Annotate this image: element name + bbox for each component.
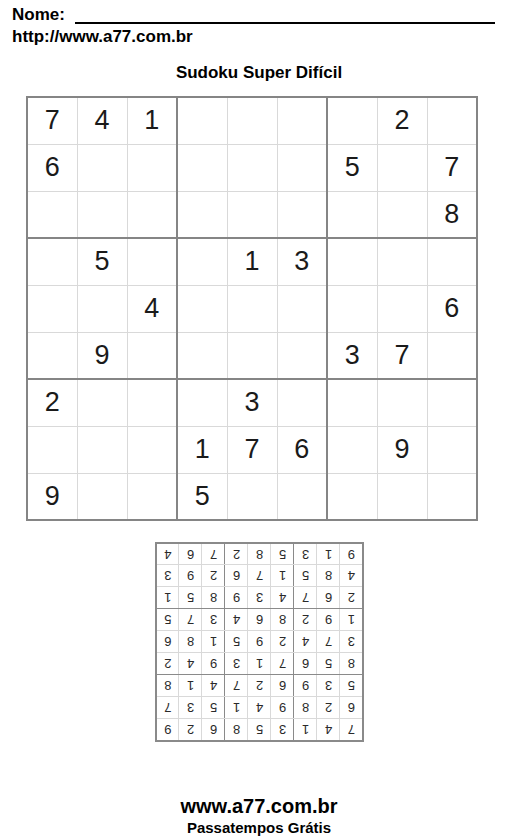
name-row: Nome: xyxy=(0,0,518,24)
cell-r4c2: 5 xyxy=(77,238,127,285)
cell-r3c4: 6 xyxy=(271,675,294,697)
cell-r1c1: 7 xyxy=(27,97,77,144)
footer: www.a77.com.br Passatempos Grátis xyxy=(0,795,518,837)
cell-r2c5 xyxy=(227,144,277,191)
cell-r7c4 xyxy=(177,379,227,426)
sudoku-grid: 741265785134693723176995 xyxy=(26,96,478,521)
cell-r1c6 xyxy=(277,97,327,144)
cell-r5c1 xyxy=(27,285,77,332)
cell-r2c3: 8 xyxy=(294,697,317,719)
cell-r9c9: 4 xyxy=(156,543,179,565)
cell-r9c1: 9 xyxy=(27,473,77,520)
cell-r8c3: 5 xyxy=(294,565,317,587)
cell-r9c8 xyxy=(377,473,427,520)
cell-r7c6 xyxy=(277,379,327,426)
cell-r9c2 xyxy=(77,473,127,520)
cell-r8c4: 1 xyxy=(271,565,294,587)
cell-r3c8 xyxy=(377,191,427,238)
cell-r9c2: 1 xyxy=(317,543,340,565)
cell-r7c5: 3 xyxy=(248,587,271,609)
cell-r7c7: 8 xyxy=(202,587,225,609)
cell-r6c1: 1 xyxy=(340,609,363,631)
cell-r8c2: 8 xyxy=(317,565,340,587)
cell-r8c1 xyxy=(27,426,77,473)
name-label: Nome: xyxy=(12,5,65,24)
cell-r4c3 xyxy=(127,238,177,285)
cell-r5c1: 3 xyxy=(340,631,363,653)
cell-r1c6: 8 xyxy=(225,719,248,741)
cell-r6c5 xyxy=(227,332,277,379)
cell-r2c9: 7 xyxy=(427,144,477,191)
cell-r3c4 xyxy=(177,191,227,238)
cell-r6c6: 4 xyxy=(225,609,248,631)
cell-r2c2 xyxy=(77,144,127,191)
cell-r7c8 xyxy=(377,379,427,426)
cell-r3c6 xyxy=(277,191,327,238)
cell-r3c5: 2 xyxy=(248,675,271,697)
grid-row: 937 xyxy=(27,332,477,379)
cell-r3c6: 7 xyxy=(225,675,248,697)
cell-r4c1 xyxy=(27,238,77,285)
cell-r2c7: 5 xyxy=(202,697,225,719)
cell-r1c7 xyxy=(327,97,377,144)
grid-row: 374295186 xyxy=(156,631,363,653)
cell-r5c2 xyxy=(77,285,127,332)
cell-r2c8 xyxy=(377,144,427,191)
cell-r8c1: 4 xyxy=(340,565,363,587)
cell-r6c8: 7 xyxy=(377,332,427,379)
cell-r5c6: 5 xyxy=(225,631,248,653)
cell-r8c5: 7 xyxy=(248,565,271,587)
site-url: http://www.a77.com.br xyxy=(0,24,518,47)
cell-r1c4: 3 xyxy=(271,719,294,741)
cell-r4c3: 6 xyxy=(294,653,317,675)
cell-r6c7: 3 xyxy=(327,332,377,379)
cell-r3c1 xyxy=(27,191,77,238)
cell-r6c7: 3 xyxy=(202,609,225,631)
cell-r6c8: 7 xyxy=(179,609,202,631)
cell-r9c1: 9 xyxy=(340,543,363,565)
cell-r8c6: 6 xyxy=(225,565,248,587)
cell-r7c7 xyxy=(327,379,377,426)
cell-r3c7: 4 xyxy=(202,675,225,697)
cell-r6c9: 5 xyxy=(156,609,179,631)
cell-r4c4: 7 xyxy=(271,653,294,675)
cell-r4c7: 9 xyxy=(202,653,225,675)
grid-row: 913582764 xyxy=(156,543,363,565)
cell-r3c9: 8 xyxy=(156,675,179,697)
name-fill-line xyxy=(75,7,495,24)
cell-r1c5: 5 xyxy=(248,719,271,741)
cell-r3c7 xyxy=(327,191,377,238)
cell-r2c6 xyxy=(277,144,327,191)
cell-r2c4 xyxy=(177,144,227,191)
worksheet-page: Nome: http://www.a77.com.br Sudoku Super… xyxy=(0,0,518,840)
cell-r9c6 xyxy=(277,473,327,520)
grid-row: 1769 xyxy=(27,426,477,473)
cell-r3c3 xyxy=(127,191,177,238)
grid-row: 539627418 xyxy=(156,675,363,697)
cell-r7c6: 9 xyxy=(225,587,248,609)
cell-r4c6: 3 xyxy=(225,653,248,675)
cell-r4c1: 8 xyxy=(340,653,363,675)
cell-r8c2 xyxy=(77,426,127,473)
cell-r6c6 xyxy=(277,332,327,379)
grid-row: 741358629 xyxy=(156,719,363,741)
cell-r5c5 xyxy=(227,285,277,332)
cell-r5c8 xyxy=(377,285,427,332)
cell-r2c4: 9 xyxy=(271,697,294,719)
cell-r9c3 xyxy=(127,473,177,520)
cell-r7c5: 3 xyxy=(227,379,277,426)
cell-r2c1: 6 xyxy=(340,697,363,719)
cell-r3c5 xyxy=(227,191,277,238)
grid-row: 8 xyxy=(27,191,477,238)
cell-r8c6: 6 xyxy=(277,426,327,473)
cell-r8c7 xyxy=(327,426,377,473)
cell-r7c4: 4 xyxy=(271,587,294,609)
cell-r2c2: 2 xyxy=(317,697,340,719)
grid-row: 192864375 xyxy=(156,609,363,631)
grid-row: 95 xyxy=(27,473,477,520)
cell-r8c9 xyxy=(427,426,477,473)
cell-r7c1: 2 xyxy=(27,379,77,426)
grid-row: 657 xyxy=(27,144,477,191)
cell-r3c2 xyxy=(77,191,127,238)
cell-r5c9: 6 xyxy=(156,631,179,653)
solution-grid-rotated: 7413586296289415375396274188567139423742… xyxy=(155,542,364,742)
cell-r2c1: 6 xyxy=(27,144,77,191)
cell-r5c4: 2 xyxy=(271,631,294,653)
cell-r3c9: 8 xyxy=(427,191,477,238)
cell-r6c4: 8 xyxy=(271,609,294,631)
cell-r3c1: 5 xyxy=(340,675,363,697)
cell-r7c3 xyxy=(127,379,177,426)
cell-r8c8: 9 xyxy=(179,565,202,587)
cell-r4c4 xyxy=(177,238,227,285)
cell-r1c3: 1 xyxy=(127,97,177,144)
cell-r9c4: 5 xyxy=(177,473,227,520)
cell-r5c3: 4 xyxy=(294,631,317,653)
cell-r8c5: 7 xyxy=(227,426,277,473)
cell-r1c5 xyxy=(227,97,277,144)
cell-r2c5: 4 xyxy=(248,697,271,719)
cell-r9c6: 2 xyxy=(225,543,248,565)
cell-r1c9: 9 xyxy=(156,719,179,741)
cell-r5c9: 6 xyxy=(427,285,477,332)
cell-r4c5: 1 xyxy=(248,653,271,675)
puzzle-title: Sudoku Super Difícil xyxy=(0,63,518,83)
footer-tagline: Passatempos Grátis xyxy=(0,818,518,837)
cell-r7c9 xyxy=(427,379,477,426)
cell-r8c4: 1 xyxy=(177,426,227,473)
solution-section: 7413586296289415375396274188567139423742… xyxy=(0,542,518,742)
cell-r9c5: 8 xyxy=(248,543,271,565)
cell-r9c7: 7 xyxy=(202,543,225,565)
grid-row: 856713942 xyxy=(156,653,363,675)
cell-r7c9: 1 xyxy=(156,587,179,609)
cell-r4c5: 1 xyxy=(227,238,277,285)
cell-r4c9 xyxy=(427,238,477,285)
cell-r8c9: 3 xyxy=(156,565,179,587)
grid-row: 7412 xyxy=(27,97,477,144)
cell-r4c2: 5 xyxy=(317,653,340,675)
cell-r6c9 xyxy=(427,332,477,379)
grid-row: 46 xyxy=(27,285,477,332)
cell-r1c1: 7 xyxy=(340,719,363,741)
cell-r2c6: 1 xyxy=(225,697,248,719)
cell-r9c4: 5 xyxy=(271,543,294,565)
cell-r6c4 xyxy=(177,332,227,379)
cell-r1c3: 1 xyxy=(294,719,317,741)
cell-r7c1: 2 xyxy=(340,587,363,609)
cell-r7c8: 5 xyxy=(179,587,202,609)
cell-r1c4 xyxy=(177,97,227,144)
cell-r9c8: 6 xyxy=(179,543,202,565)
grid-row: 485176293 xyxy=(156,565,363,587)
cell-r9c9 xyxy=(427,473,477,520)
cell-r2c9: 7 xyxy=(156,697,179,719)
cell-r1c2: 4 xyxy=(77,97,127,144)
cell-r5c4 xyxy=(177,285,227,332)
cell-r9c7 xyxy=(327,473,377,520)
cell-r5c6 xyxy=(277,285,327,332)
cell-r7c3: 7 xyxy=(294,587,317,609)
cell-r6c3 xyxy=(127,332,177,379)
cell-r6c2: 9 xyxy=(77,332,127,379)
cell-r7c2: 6 xyxy=(317,587,340,609)
cell-r5c8: 8 xyxy=(179,631,202,653)
cell-r3c2: 3 xyxy=(317,675,340,697)
cell-r8c7: 2 xyxy=(202,565,225,587)
cell-r6c5: 6 xyxy=(248,609,271,631)
grid-row: 513 xyxy=(27,238,477,285)
cell-r5c3: 4 xyxy=(127,285,177,332)
cell-r6c2: 9 xyxy=(317,609,340,631)
grid-row: 628941537 xyxy=(156,697,363,719)
grid-row: 23 xyxy=(27,379,477,426)
cell-r3c8: 1 xyxy=(179,675,202,697)
cell-r5c2: 7 xyxy=(317,631,340,653)
cell-r9c5 xyxy=(227,473,277,520)
cell-r4c9: 2 xyxy=(156,653,179,675)
cell-r1c8: 2 xyxy=(179,719,202,741)
cell-r1c7: 6 xyxy=(202,719,225,741)
cell-r2c3 xyxy=(127,144,177,191)
cell-r8c3 xyxy=(127,426,177,473)
cell-r5c7 xyxy=(327,285,377,332)
cell-r1c2: 4 xyxy=(317,719,340,741)
cell-r6c3: 2 xyxy=(294,609,317,631)
cell-r6c1 xyxy=(27,332,77,379)
cell-r7c2 xyxy=(77,379,127,426)
cell-r4c7 xyxy=(327,238,377,285)
footer-site: www.a77.com.br xyxy=(0,795,518,818)
cell-r9c3: 3 xyxy=(294,543,317,565)
grid-row: 267439851 xyxy=(156,587,363,609)
cell-r8c8: 9 xyxy=(377,426,427,473)
cell-r4c8: 4 xyxy=(179,653,202,675)
cell-r4c8 xyxy=(377,238,427,285)
cell-r2c7: 5 xyxy=(327,144,377,191)
cell-r2c8: 3 xyxy=(179,697,202,719)
cell-r4c6: 3 xyxy=(277,238,327,285)
cell-r1c8: 2 xyxy=(377,97,427,144)
cell-r3c3: 9 xyxy=(294,675,317,697)
cell-r5c5: 9 xyxy=(248,631,271,653)
cell-r5c7: 1 xyxy=(202,631,225,653)
cell-r1c9 xyxy=(427,97,477,144)
